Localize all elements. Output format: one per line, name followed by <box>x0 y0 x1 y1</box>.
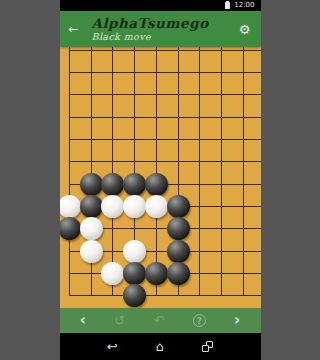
black-stone <box>167 217 190 240</box>
black-stone <box>80 173 103 196</box>
white-stone <box>101 262 124 285</box>
status-time: 12:00 <box>234 2 254 9</box>
grid-line-vertical <box>156 47 157 296</box>
grid-line-horizontal <box>69 72 261 73</box>
grid-line-horizontal <box>69 161 261 162</box>
status-bar: 12:00 <box>60 0 261 11</box>
grid-line-vertical <box>221 47 222 296</box>
battery-icon <box>225 2 230 9</box>
black-stone <box>145 173 168 196</box>
black-stone <box>80 195 103 218</box>
app-title: AlphaTsumego <box>92 16 229 31</box>
white-stone <box>80 217 103 240</box>
grid-line-vertical <box>112 47 113 296</box>
black-stone <box>101 173 124 196</box>
settings-gear-icon[interactable]: ⚙ <box>229 22 261 37</box>
android-nav-bar: ↩ ⌂ <box>60 333 261 360</box>
grid-line-horizontal <box>69 139 261 140</box>
restart-icon[interactable]: ↺ <box>114 314 125 327</box>
white-stone <box>80 240 103 263</box>
puzzle-toolbar: ‹ ↺ ↶ ? › <box>60 308 261 333</box>
black-stone <box>167 195 190 218</box>
black-stone <box>167 240 190 263</box>
hint-icon[interactable]: ? <box>193 314 206 327</box>
black-stone <box>60 217 82 240</box>
prev-problem-icon[interactable]: ‹ <box>80 313 86 328</box>
black-stone <box>145 262 168 285</box>
black-stone <box>123 262 146 285</box>
nav-home-icon[interactable]: ⌂ <box>156 340 164 354</box>
black-stone <box>167 262 190 285</box>
back-arrow-icon[interactable]: ← <box>60 22 88 36</box>
grid-line-vertical <box>199 47 200 296</box>
grid-line-vertical <box>243 47 244 296</box>
undo-icon[interactable]: ↶ <box>153 314 164 327</box>
move-status-label: Black move <box>92 31 229 42</box>
title-block: AlphaTsumego Black move <box>88 16 229 42</box>
battery-tip <box>226 1 229 2</box>
white-stone <box>123 240 146 263</box>
black-stone <box>123 173 146 196</box>
grid-line-vertical <box>69 47 70 296</box>
grid-line-horizontal <box>69 50 261 51</box>
go-board[interactable] <box>60 47 261 308</box>
white-stone <box>101 195 124 218</box>
phone-screen: 12:00 ← AlphaTsumego Black move ⚙ ‹ ↺ ↶ … <box>60 0 261 360</box>
grid-line-horizontal <box>69 295 261 296</box>
nav-back-icon[interactable]: ↩ <box>107 340 118 354</box>
grid-line-horizontal <box>69 94 261 95</box>
white-stone <box>145 195 168 218</box>
white-stone <box>123 195 146 218</box>
grid-line-horizontal <box>69 117 261 118</box>
white-stone <box>60 195 82 218</box>
next-problem-icon[interactable]: › <box>234 313 240 328</box>
nav-recents-front-square <box>202 345 209 352</box>
black-stone <box>123 284 146 307</box>
app-bar: ← AlphaTsumego Black move ⚙ <box>60 11 261 47</box>
nav-recents-icon[interactable] <box>202 341 213 352</box>
